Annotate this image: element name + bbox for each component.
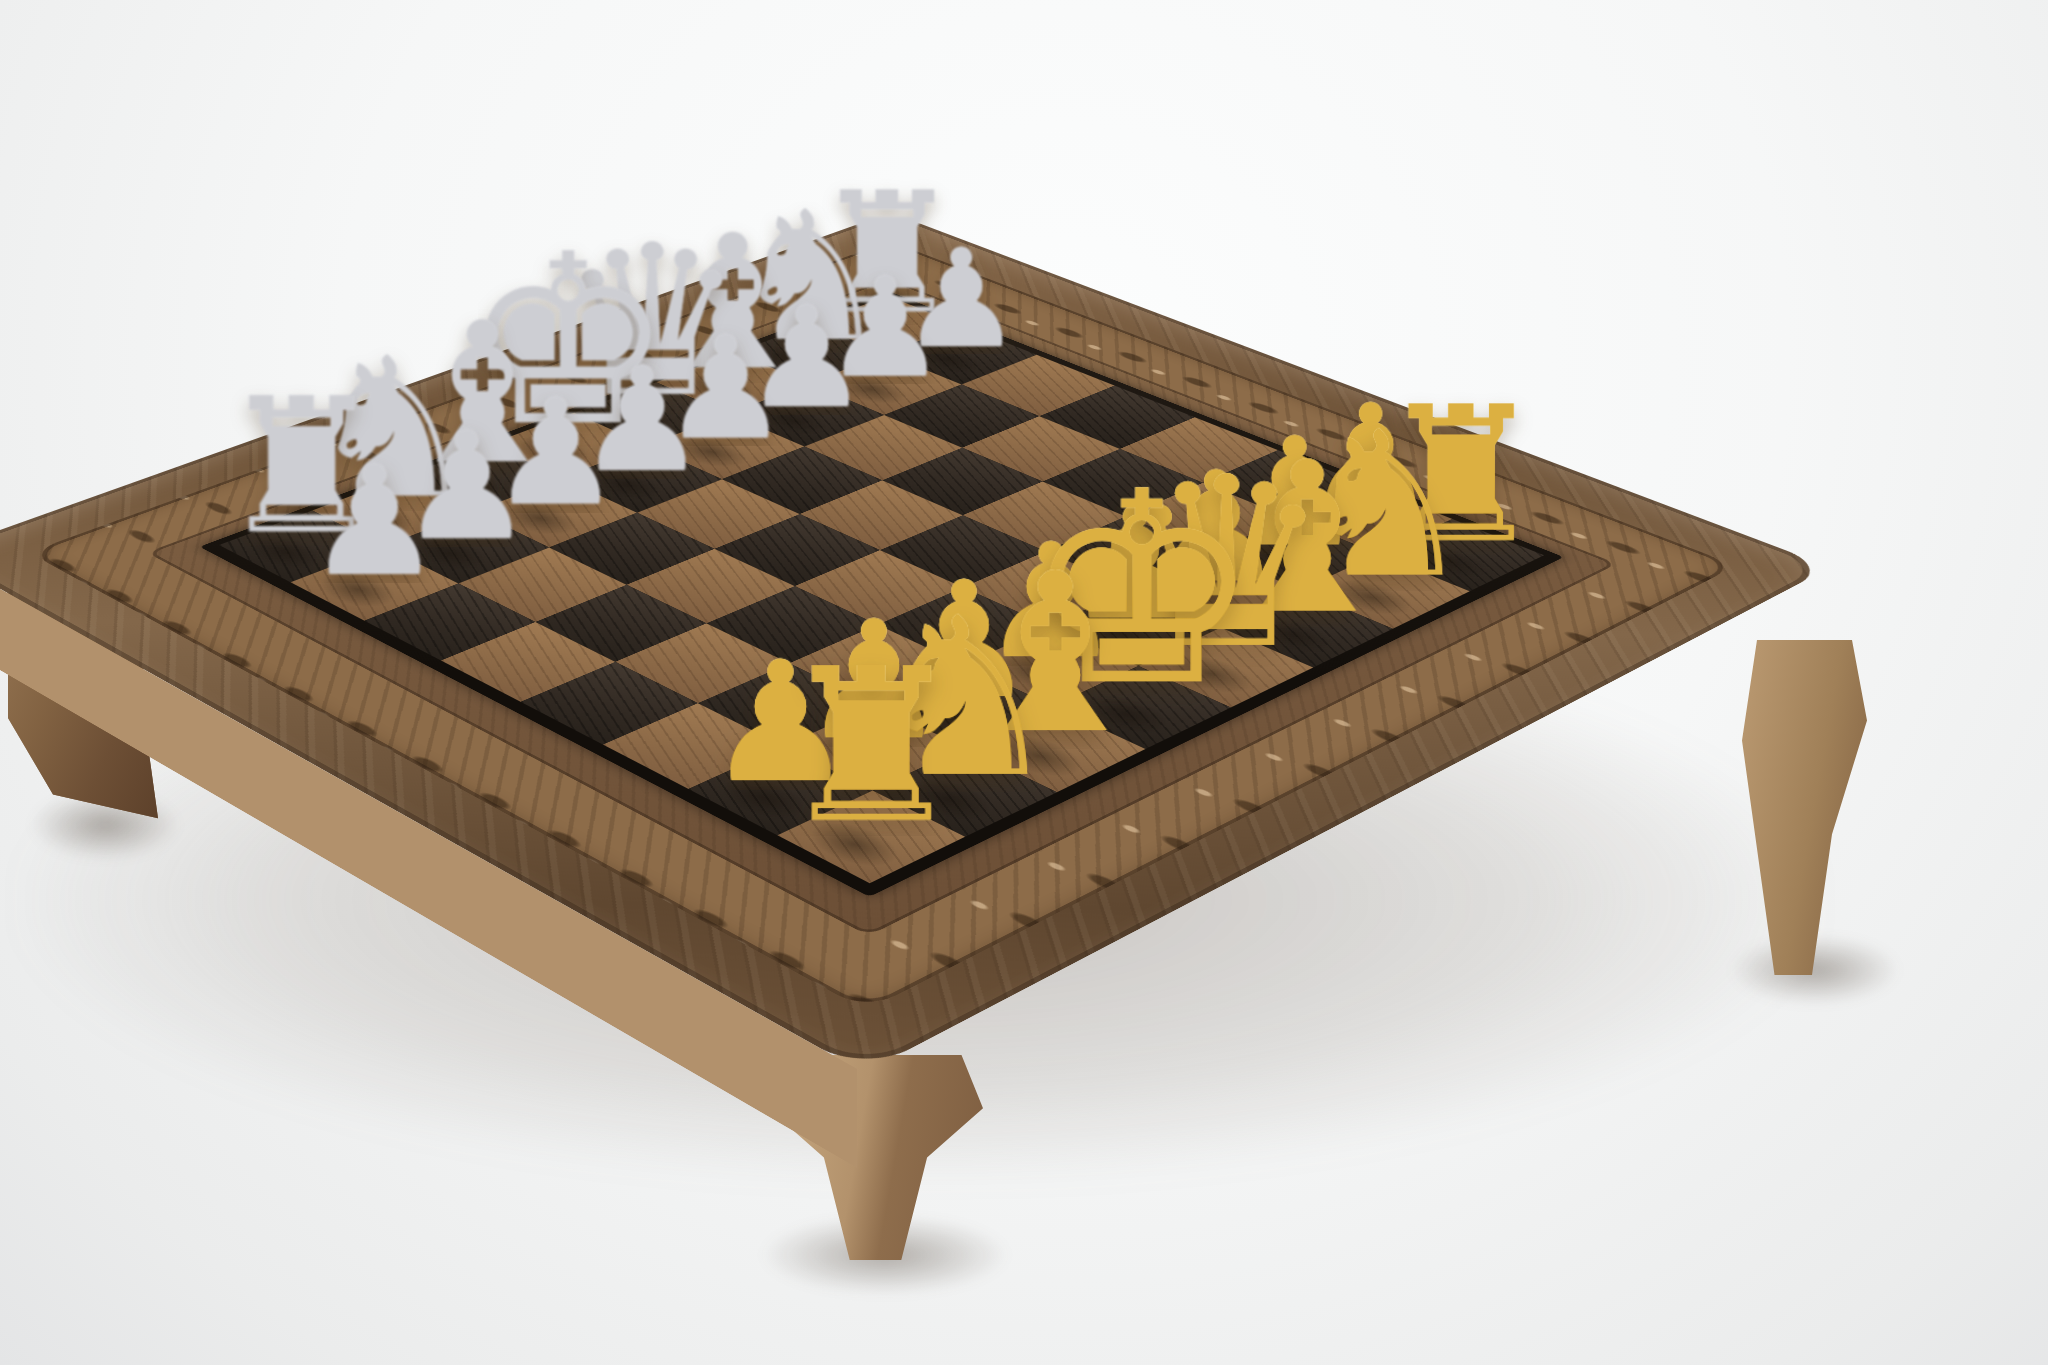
white-pawn-glyph: ♟ [306, 445, 443, 597]
chess-board: ♜♟♟♜♞♟♟♞♝♟♟♝♛♟♟♛♚♟♟♚♝♟♟♝♞♟♟♞♜♟♟♜ [0, 213, 1831, 1073]
photo-stage: ♜♟♟♜♞♟♟♞♝♟♟♝♛♟♟♛♚♟♟♚♝♟♟♝♞♟♟♞♜♟♟♜ [0, 0, 2048, 1365]
gold-rook[interactable]: ♜ [763, 541, 979, 836]
perspective-scene: ♜♟♟♜♞♟♟♞♝♟♟♝♛♟♟♛♚♟♟♚♝♟♟♝♞♟♟♞♜♟♟♜ [0, 0, 2048, 1365]
black-rook-glyph: ♜ [777, 641, 966, 852]
silver-pawn[interactable]: ♟ [278, 319, 471, 583]
